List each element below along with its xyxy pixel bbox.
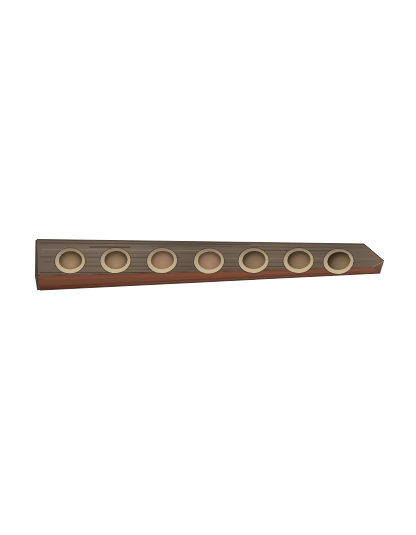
pit-7-seeds	[326, 250, 351, 271]
pit-7[interactable]	[322, 247, 355, 275]
pit-6-bowl	[286, 250, 311, 271]
pit-4[interactable]	[193, 248, 224, 275]
pit-2[interactable]	[100, 247, 131, 274]
pit-7-bowl	[326, 250, 351, 271]
pit-1-bowl	[58, 250, 82, 269]
pit-3[interactable]	[146, 247, 178, 275]
pit-4-seeds	[197, 251, 221, 271]
pit-5-seeds	[241, 250, 265, 270]
pit-4-bowl	[197, 251, 221, 271]
photo-canvas	[0, 0, 416, 535]
pit-1-seeds	[58, 250, 82, 269]
pit-5-bowl	[241, 250, 265, 270]
pit-2-bowl	[103, 250, 127, 270]
mancala-board	[0, 0, 416, 535]
pit-6-seeds	[286, 250, 311, 271]
pit-5[interactable]	[238, 247, 270, 274]
pit-3-bowl	[150, 249, 175, 270]
pit-6[interactable]	[282, 247, 314, 275]
pit-3-seeds	[150, 249, 175, 270]
pit-2-seeds	[103, 250, 127, 270]
pit-grid	[48, 248, 363, 273]
pit-1[interactable]	[55, 248, 86, 274]
